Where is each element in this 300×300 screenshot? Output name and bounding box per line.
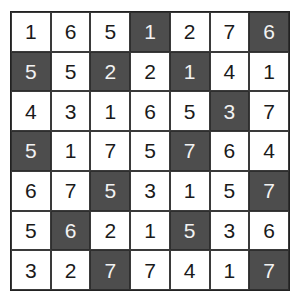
cell-r7c6[interactable]: 1 <box>210 250 250 290</box>
cell-r5c3-shaded[interactable]: 5 <box>90 171 130 211</box>
cell-r6c4[interactable]: 1 <box>130 211 170 251</box>
cell-r4c6[interactable]: 6 <box>210 131 250 171</box>
cell-r5c1[interactable]: 6 <box>11 171 51 211</box>
cell-r5c7-shaded[interactable]: 7 <box>249 171 289 211</box>
cell-r5c6[interactable]: 5 <box>210 171 250 211</box>
cell-r6c1[interactable]: 5 <box>11 211 51 251</box>
cell-r2c1-shaded[interactable]: 5 <box>11 52 51 92</box>
cell-r1c2[interactable]: 6 <box>51 12 91 52</box>
cell-r6c2-shaded[interactable]: 6 <box>51 211 91 251</box>
cell-r5c5[interactable]: 1 <box>170 171 210 211</box>
cell-r3c7[interactable]: 7 <box>249 91 289 131</box>
cell-r3c2[interactable]: 3 <box>51 91 91 131</box>
cell-r2c7[interactable]: 1 <box>249 52 289 92</box>
cell-r7c3-shaded[interactable]: 7 <box>90 250 130 290</box>
cell-r5c4[interactable]: 3 <box>130 171 170 211</box>
cell-r3c1[interactable]: 4 <box>11 91 51 131</box>
cell-r3c3[interactable]: 1 <box>90 91 130 131</box>
cell-r2c5-shaded[interactable]: 1 <box>170 52 210 92</box>
cell-r6c3[interactable]: 2 <box>90 211 130 251</box>
cell-r4c3[interactable]: 7 <box>90 131 130 171</box>
cell-r2c6[interactable]: 4 <box>210 52 250 92</box>
cell-r4c2[interactable]: 1 <box>51 131 91 171</box>
cell-r1c1[interactable]: 1 <box>11 12 51 52</box>
cell-r6c7[interactable]: 6 <box>249 211 289 251</box>
cell-r6c5-shaded[interactable]: 5 <box>170 211 210 251</box>
cell-r7c7-shaded[interactable]: 7 <box>249 250 289 290</box>
cell-r7c1[interactable]: 3 <box>11 250 51 290</box>
cell-r1c4-shaded[interactable]: 1 <box>130 12 170 52</box>
cell-r2c4[interactable]: 2 <box>130 52 170 92</box>
cell-r7c2[interactable]: 2 <box>51 250 91 290</box>
cell-r4c1-shaded[interactable]: 5 <box>11 131 51 171</box>
cell-r7c4[interactable]: 7 <box>130 250 170 290</box>
cell-r3c5[interactable]: 5 <box>170 91 210 131</box>
cell-r1c5[interactable]: 2 <box>170 12 210 52</box>
cell-r1c6[interactable]: 7 <box>210 12 250 52</box>
cell-r2c3-shaded[interactable]: 2 <box>90 52 130 92</box>
cell-r2c2[interactable]: 5 <box>51 52 91 92</box>
cell-r1c7-shaded[interactable]: 6 <box>249 12 289 52</box>
cell-r4c4[interactable]: 5 <box>130 131 170 171</box>
cell-r3c6-shaded[interactable]: 3 <box>210 91 250 131</box>
cell-r7c5[interactable]: 4 <box>170 250 210 290</box>
cell-r4c5-shaded[interactable]: 7 <box>170 131 210 171</box>
cell-r1c3[interactable]: 5 <box>90 12 130 52</box>
cell-r5c2[interactable]: 7 <box>51 171 91 211</box>
hitori-board: 1651276552214143165375175764675315756215… <box>10 11 290 291</box>
cell-r4c7[interactable]: 4 <box>249 131 289 171</box>
cell-r6c6[interactable]: 3 <box>210 211 250 251</box>
cell-r3c4[interactable]: 6 <box>130 91 170 131</box>
